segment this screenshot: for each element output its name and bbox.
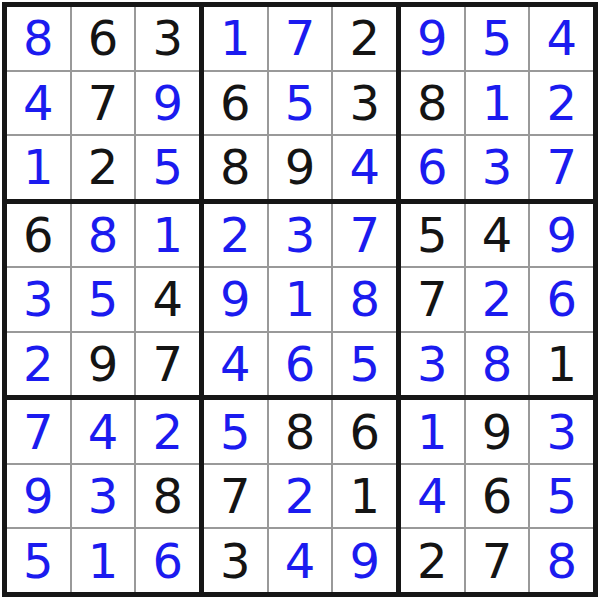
cell-r9c5[interactable]: 4	[269, 529, 332, 592]
cell-r6c2[interactable]: 9	[72, 333, 135, 396]
cell-r5c1[interactable]: 3	[7, 268, 70, 331]
cell-r8c3[interactable]: 8	[136, 465, 199, 528]
cell-r6c9[interactable]: 1	[530, 333, 593, 396]
sudoku-box-9: 193465278	[401, 400, 593, 592]
cell-r5c5[interactable]: 1	[269, 268, 332, 331]
cell-r7c4[interactable]: 5	[204, 400, 267, 463]
cell-r4c8[interactable]: 4	[466, 204, 529, 267]
cell-r9c6[interactable]: 9	[333, 529, 396, 592]
cell-r7c6[interactable]: 6	[333, 400, 396, 463]
cell-r4c2[interactable]: 8	[72, 204, 135, 267]
cell-r9c4[interactable]: 3	[204, 529, 267, 592]
cell-r7c9[interactable]: 3	[530, 400, 593, 463]
cell-r3c2[interactable]: 2	[72, 136, 135, 199]
sudoku-board: 8634791251726538949548126376813542972379…	[2, 2, 598, 597]
cell-r9c2[interactable]: 1	[72, 529, 135, 592]
cell-r5c9[interactable]: 6	[530, 268, 593, 331]
sudoku-frame: 8634791251726538949548126376813542972379…	[0, 0, 600, 599]
cell-r7c5[interactable]: 8	[269, 400, 332, 463]
cell-r2c4[interactable]: 6	[204, 72, 267, 135]
cell-r4c4[interactable]: 2	[204, 204, 267, 267]
cell-r4c3[interactable]: 1	[136, 204, 199, 267]
cell-r9c7[interactable]: 2	[401, 529, 464, 592]
cell-r2c8[interactable]: 1	[466, 72, 529, 135]
cell-r7c8[interactable]: 9	[466, 400, 529, 463]
cell-r2c3[interactable]: 9	[136, 72, 199, 135]
cell-r7c1[interactable]: 7	[7, 400, 70, 463]
cell-r2c5[interactable]: 5	[269, 72, 332, 135]
cell-r6c5[interactable]: 6	[269, 333, 332, 396]
sudoku-box-8: 586721349	[204, 400, 396, 592]
sudoku-box-6: 549726381	[401, 204, 593, 396]
cell-r4c6[interactable]: 7	[333, 204, 396, 267]
cell-r6c8[interactable]: 8	[466, 333, 529, 396]
cell-r8c9[interactable]: 5	[530, 465, 593, 528]
cell-r6c3[interactable]: 7	[136, 333, 199, 396]
cell-r3c6[interactable]: 4	[333, 136, 396, 199]
cell-r7c2[interactable]: 4	[72, 400, 135, 463]
cell-r1c2[interactable]: 6	[72, 7, 135, 70]
cell-r3c7[interactable]: 6	[401, 136, 464, 199]
cell-r5c4[interactable]: 9	[204, 268, 267, 331]
cell-r1c5[interactable]: 7	[269, 7, 332, 70]
cell-r2c9[interactable]: 2	[530, 72, 593, 135]
sudoku-box-3: 954812637	[401, 7, 593, 199]
cell-r7c3[interactable]: 2	[136, 400, 199, 463]
cell-r4c9[interactable]: 9	[530, 204, 593, 267]
cell-r1c8[interactable]: 5	[466, 7, 529, 70]
cell-r4c5[interactable]: 3	[269, 204, 332, 267]
cell-r1c9[interactable]: 4	[530, 7, 593, 70]
cell-r3c4[interactable]: 8	[204, 136, 267, 199]
cell-r6c1[interactable]: 2	[7, 333, 70, 396]
cell-r2c6[interactable]: 3	[333, 72, 396, 135]
cell-r3c3[interactable]: 5	[136, 136, 199, 199]
cell-r8c1[interactable]: 9	[7, 465, 70, 528]
cell-r9c3[interactable]: 6	[136, 529, 199, 592]
sudoku-box-1: 863479125	[7, 7, 199, 199]
cell-r1c3[interactable]: 3	[136, 7, 199, 70]
cell-r8c4[interactable]: 7	[204, 465, 267, 528]
cell-r1c4[interactable]: 1	[204, 7, 267, 70]
cell-r6c7[interactable]: 3	[401, 333, 464, 396]
cell-r5c6[interactable]: 8	[333, 268, 396, 331]
cell-r6c4[interactable]: 4	[204, 333, 267, 396]
cell-r1c1[interactable]: 8	[7, 7, 70, 70]
cell-r4c1[interactable]: 6	[7, 204, 70, 267]
sudoku-box-7: 742938516	[7, 400, 199, 592]
cell-r5c3[interactable]: 4	[136, 268, 199, 331]
cell-r8c5[interactable]: 2	[269, 465, 332, 528]
cell-r9c1[interactable]: 5	[7, 529, 70, 592]
cell-r7c7[interactable]: 1	[401, 400, 464, 463]
cell-r9c9[interactable]: 8	[530, 529, 593, 592]
cell-r3c5[interactable]: 9	[269, 136, 332, 199]
cell-r3c9[interactable]: 7	[530, 136, 593, 199]
cell-r9c8[interactable]: 7	[466, 529, 529, 592]
cell-r1c7[interactable]: 9	[401, 7, 464, 70]
cell-r5c7[interactable]: 7	[401, 268, 464, 331]
cell-r3c8[interactable]: 3	[466, 136, 529, 199]
cell-r2c1[interactable]: 4	[7, 72, 70, 135]
cell-r2c7[interactable]: 8	[401, 72, 464, 135]
sudoku-box-5: 237918465	[204, 204, 396, 396]
cell-r5c2[interactable]: 5	[72, 268, 135, 331]
cell-r3c1[interactable]: 1	[7, 136, 70, 199]
sudoku-box-2: 172653894	[204, 7, 396, 199]
cell-r4c7[interactable]: 5	[401, 204, 464, 267]
cell-r8c6[interactable]: 1	[333, 465, 396, 528]
cell-r5c8[interactable]: 2	[466, 268, 529, 331]
sudoku-box-4: 681354297	[7, 204, 199, 396]
cell-r2c2[interactable]: 7	[72, 72, 135, 135]
cell-r8c8[interactable]: 6	[466, 465, 529, 528]
cell-r1c6[interactable]: 2	[333, 7, 396, 70]
cell-r6c6[interactable]: 5	[333, 333, 396, 396]
cell-r8c7[interactable]: 4	[401, 465, 464, 528]
cell-r8c2[interactable]: 3	[72, 465, 135, 528]
